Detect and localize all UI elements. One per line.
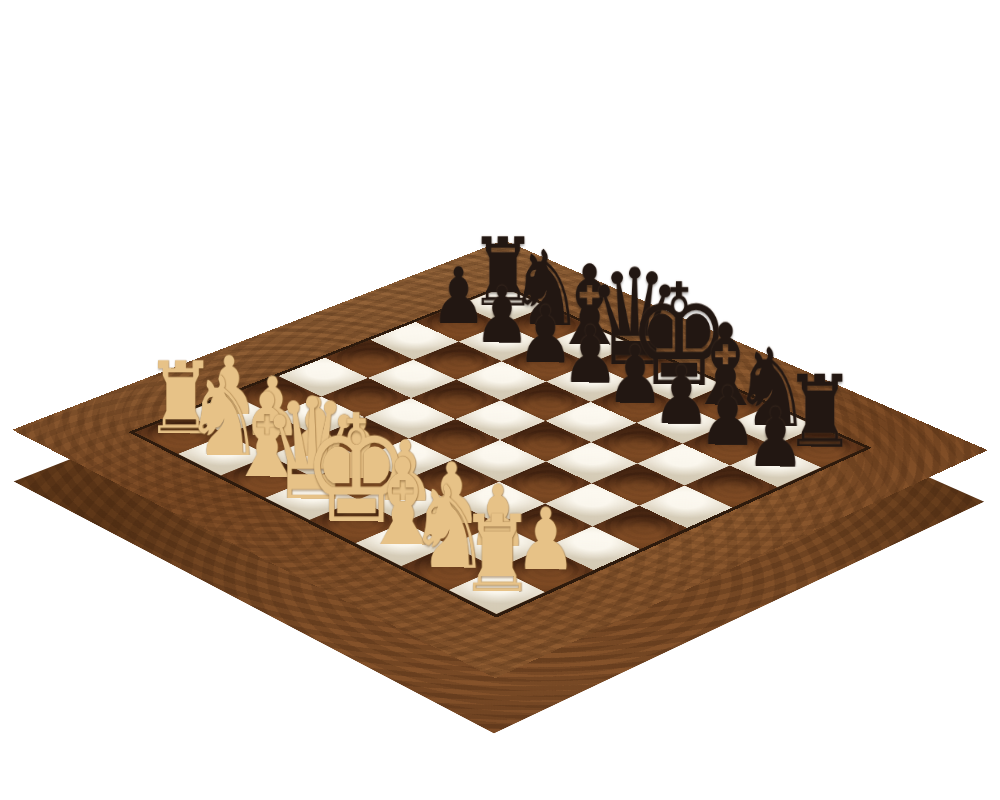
piece-black-pawn[interactable]: ♟ [711, 303, 840, 479]
chess-board: ♜♞♝♛♚♝♞♜♟♟♟♟♟♟♟♟♟♟♟♟♟♟♟♟♜♞♝♛♚♝♞♜ [12, 240, 988, 678]
product-photo-scene: ♜♞♝♛♚♝♞♜♟♟♟♟♟♟♟♟♟♟♟♟♟♟♟♟♜♞♝♛♚♝♞♜ [0, 0, 1000, 800]
square-h1[interactable]: ♜ [449, 568, 546, 614]
piece-white-rook[interactable]: ♜ [429, 422, 565, 608]
square-h6[interactable] [685, 465, 778, 507]
